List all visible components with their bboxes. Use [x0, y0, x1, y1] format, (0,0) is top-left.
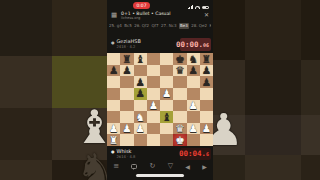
player-status-icon: ●	[111, 40, 115, 45]
square-h4[interactable]	[200, 100, 213, 112]
square-c5[interactable]: ♟	[134, 88, 147, 100]
square-b1[interactable]	[120, 134, 133, 146]
square-h3[interactable]	[200, 111, 213, 123]
white-pawn-a2[interactable]: ♟	[107, 123, 120, 135]
signal-icon	[188, 5, 194, 10]
square-g4[interactable]: ♟	[187, 100, 200, 112]
black-pawn-h7[interactable]: ♟	[200, 65, 213, 77]
square-h2[interactable]: ♟	[200, 123, 213, 135]
black-rook-b8[interactable]: ♜	[120, 53, 133, 65]
square-e8[interactable]	[160, 53, 173, 65]
square-h5[interactable]	[200, 88, 213, 100]
bg-square	[0, 56, 52, 108]
chess-app-screen: 0:07 ▦ 0+1 • Bullet • Casual lichess.org…	[107, 0, 213, 180]
screen: ♝ ♞ ♟ 0:07 ▦ 0+1 • Bullet • Casual liche…	[0, 0, 320, 180]
square-e6[interactable]	[160, 76, 173, 88]
bg-square	[301, 155, 320, 180]
move-item[interactable]: Bc5	[124, 23, 132, 28]
square-g2[interactable]: ♟	[187, 123, 200, 135]
square-a4[interactable]	[107, 100, 120, 112]
square-h6[interactable]: ♟	[200, 76, 213, 88]
square-a3[interactable]	[107, 111, 120, 123]
player-status-icon: ●	[111, 149, 115, 154]
square-d8[interactable]	[147, 53, 160, 65]
bg-square	[245, 115, 301, 155]
square-f8[interactable]: ♚	[173, 53, 186, 65]
top-player-row: ● GeziaHSB 2418 · 4.2 00:00.06	[107, 38, 213, 53]
bg-square	[245, 0, 301, 60]
chat-icon[interactable]	[131, 164, 137, 169]
move-item[interactable]: 26. Qf2	[134, 23, 149, 28]
chess-board[interactable]: ♜♝♚♞♜♟♟♛♟♟♟♟♟♟♟♟♞♝♟♟♟♛♟♟♜♚	[107, 53, 213, 146]
square-b3[interactable]	[120, 111, 133, 123]
black-pawn-h6[interactable]: ♟	[200, 76, 213, 88]
square-b6[interactable]	[120, 76, 133, 88]
square-f3[interactable]	[173, 111, 186, 123]
square-f5[interactable]	[173, 88, 186, 100]
square-a5[interactable]	[107, 88, 120, 100]
white-pawn-g2[interactable]: ♟	[187, 123, 200, 135]
bg-square	[0, 108, 52, 160]
black-pawn-c6[interactable]: ♟	[134, 76, 147, 88]
square-f2[interactable]: ♛	[173, 123, 186, 135]
white-king-f1[interactable]: ♚	[173, 134, 186, 146]
top-player-name[interactable]: GeziaHSB	[117, 38, 141, 44]
status-icons	[188, 3, 210, 9]
bg-square	[0, 0, 52, 56]
white-pawn-d4[interactable]: ♟	[147, 100, 160, 112]
move-item[interactable]: 28. Qe2	[191, 23, 207, 28]
white-pawn-b2[interactable]: ♟	[120, 123, 133, 135]
square-g6[interactable]	[187, 76, 200, 88]
black-queen-f7[interactable]: ♛	[173, 65, 186, 77]
white-pawn-e5[interactable]: ♟	[160, 88, 173, 100]
square-g5[interactable]	[187, 88, 200, 100]
bg-square	[301, 0, 320, 60]
bottom-nav-bar: ≡ ↻ ▽ ◀ ▶	[107, 160, 213, 173]
move-item[interactable]: Kf8	[209, 23, 211, 28]
square-e7[interactable]	[160, 65, 173, 77]
bg-square	[52, 0, 107, 56]
move-list[interactable]: 25. g4Bc526. Qf2Qf727. Nc3Be328. Qe2Kf82…	[109, 22, 211, 29]
bottom-player-rating: 2614 · 4.8	[117, 155, 136, 159]
square-c3[interactable]: ♞	[134, 111, 147, 123]
analysis-flask-icon[interactable]: ▽	[168, 163, 173, 170]
square-b8[interactable]: ♜	[120, 53, 133, 65]
square-e1[interactable]	[160, 134, 173, 146]
move-item[interactable]: 25. g4	[109, 23, 122, 28]
white-queen-f2[interactable]: ♛	[173, 123, 186, 135]
wifi-icon	[195, 6, 200, 10]
square-a2[interactable]: ♟	[107, 123, 120, 135]
black-bishop-e3[interactable]: ♝	[160, 111, 173, 123]
bottom-player-clock: 00:04.6	[180, 148, 211, 160]
black-pawn-b7[interactable]: ♟	[120, 65, 133, 77]
bg-square	[0, 160, 52, 180]
square-d6[interactable]	[147, 76, 160, 88]
white-rook-a1[interactable]: ♜	[107, 134, 120, 146]
move-forward-icon[interactable]: ▶	[202, 164, 207, 170]
square-a6[interactable]	[107, 76, 120, 88]
square-f1[interactable]: ♚	[173, 134, 186, 146]
top-player-clock: 00:00.06	[180, 38, 211, 51]
black-bishop-c8[interactable]: ♝	[134, 53, 147, 65]
square-a1[interactable]: ♜	[107, 134, 120, 146]
square-h8[interactable]: ♜	[200, 53, 213, 65]
square-g3[interactable]	[187, 111, 200, 123]
move-item[interactable]: 27. Nc3	[161, 23, 176, 28]
square-d5[interactable]	[147, 88, 160, 100]
white-knight-c3[interactable]: ♞	[134, 111, 147, 123]
white-pawn-c2[interactable]: ♟	[134, 123, 147, 135]
square-g7[interactable]: ♟	[187, 65, 200, 77]
square-e5[interactable]: ♟	[160, 88, 173, 100]
square-c2[interactable]: ♟	[134, 123, 147, 135]
black-pawn-a7[interactable]: ♟	[107, 65, 120, 77]
close-icon[interactable]: ✕	[204, 11, 209, 18]
square-a7[interactable]: ♟	[107, 65, 120, 77]
square-c1[interactable]	[134, 134, 147, 146]
bg-square	[301, 60, 320, 115]
game-subtitle: lichess.org	[121, 16, 140, 20]
square-d1[interactable]	[147, 134, 160, 146]
white-pawn-g4[interactable]: ♟	[187, 100, 200, 112]
square-b2[interactable]: ♟	[120, 123, 133, 135]
square-g8[interactable]: ♞	[187, 53, 200, 65]
white-pawn-h2[interactable]: ♟	[200, 123, 213, 135]
square-d4[interactable]: ♟	[147, 100, 160, 112]
move-item[interactable]: Be3	[179, 23, 189, 29]
square-d7[interactable]	[147, 65, 160, 77]
square-c8[interactable]: ♝	[134, 53, 147, 65]
black-pawn-g7[interactable]: ♟	[187, 65, 200, 77]
bg-square	[301, 115, 320, 155]
flip-board-icon[interactable]: ↻	[150, 163, 156, 170]
square-b7[interactable]: ♟	[120, 65, 133, 77]
square-f6[interactable]	[173, 76, 186, 88]
home-indicator[interactable]	[136, 174, 184, 177]
square-e2[interactable]	[160, 123, 173, 135]
board-icon: ▦	[111, 11, 117, 19]
square-f4[interactable]	[173, 100, 186, 112]
menu-icon[interactable]: ≡	[113, 163, 119, 170]
square-c7[interactable]	[134, 65, 147, 77]
square-b5[interactable]	[120, 88, 133, 100]
black-king-f8[interactable]: ♚	[173, 53, 186, 65]
top-player-rating: 2418 · 4.2	[117, 45, 136, 49]
game-title: 0+1 • Bullet • Casual	[121, 11, 171, 16]
square-h7[interactable]: ♟	[200, 65, 213, 77]
square-a8[interactable]	[107, 53, 120, 65]
square-b4[interactable]	[120, 100, 133, 112]
square-d2[interactable]	[147, 123, 160, 135]
square-e4[interactable]	[160, 100, 173, 112]
bg-square	[245, 155, 301, 180]
move-item[interactable]: Qf7	[151, 23, 158, 28]
black-rook-h8[interactable]: ♜	[200, 53, 213, 65]
bottom-player-name[interactable]: Whisk	[117, 148, 132, 154]
black-pawn-c5[interactable]: ♟	[134, 88, 147, 100]
bg-square	[213, 0, 245, 60]
square-c4[interactable]	[134, 100, 147, 112]
move-back-icon[interactable]: ◀	[185, 164, 190, 170]
square-g1[interactable]	[187, 134, 200, 146]
square-e3[interactable]: ♝	[160, 111, 173, 123]
recording-timer-pill[interactable]: 0:07	[133, 2, 150, 9]
bg-square	[245, 60, 301, 115]
black-knight-g8[interactable]: ♞	[187, 53, 200, 65]
square-f7[interactable]: ♛	[173, 65, 186, 77]
square-h1[interactable]	[200, 134, 213, 146]
square-d3[interactable]	[147, 111, 160, 123]
square-c6[interactable]: ♟	[134, 76, 147, 88]
battery-icon	[202, 6, 209, 10]
bg-square	[213, 155, 245, 180]
